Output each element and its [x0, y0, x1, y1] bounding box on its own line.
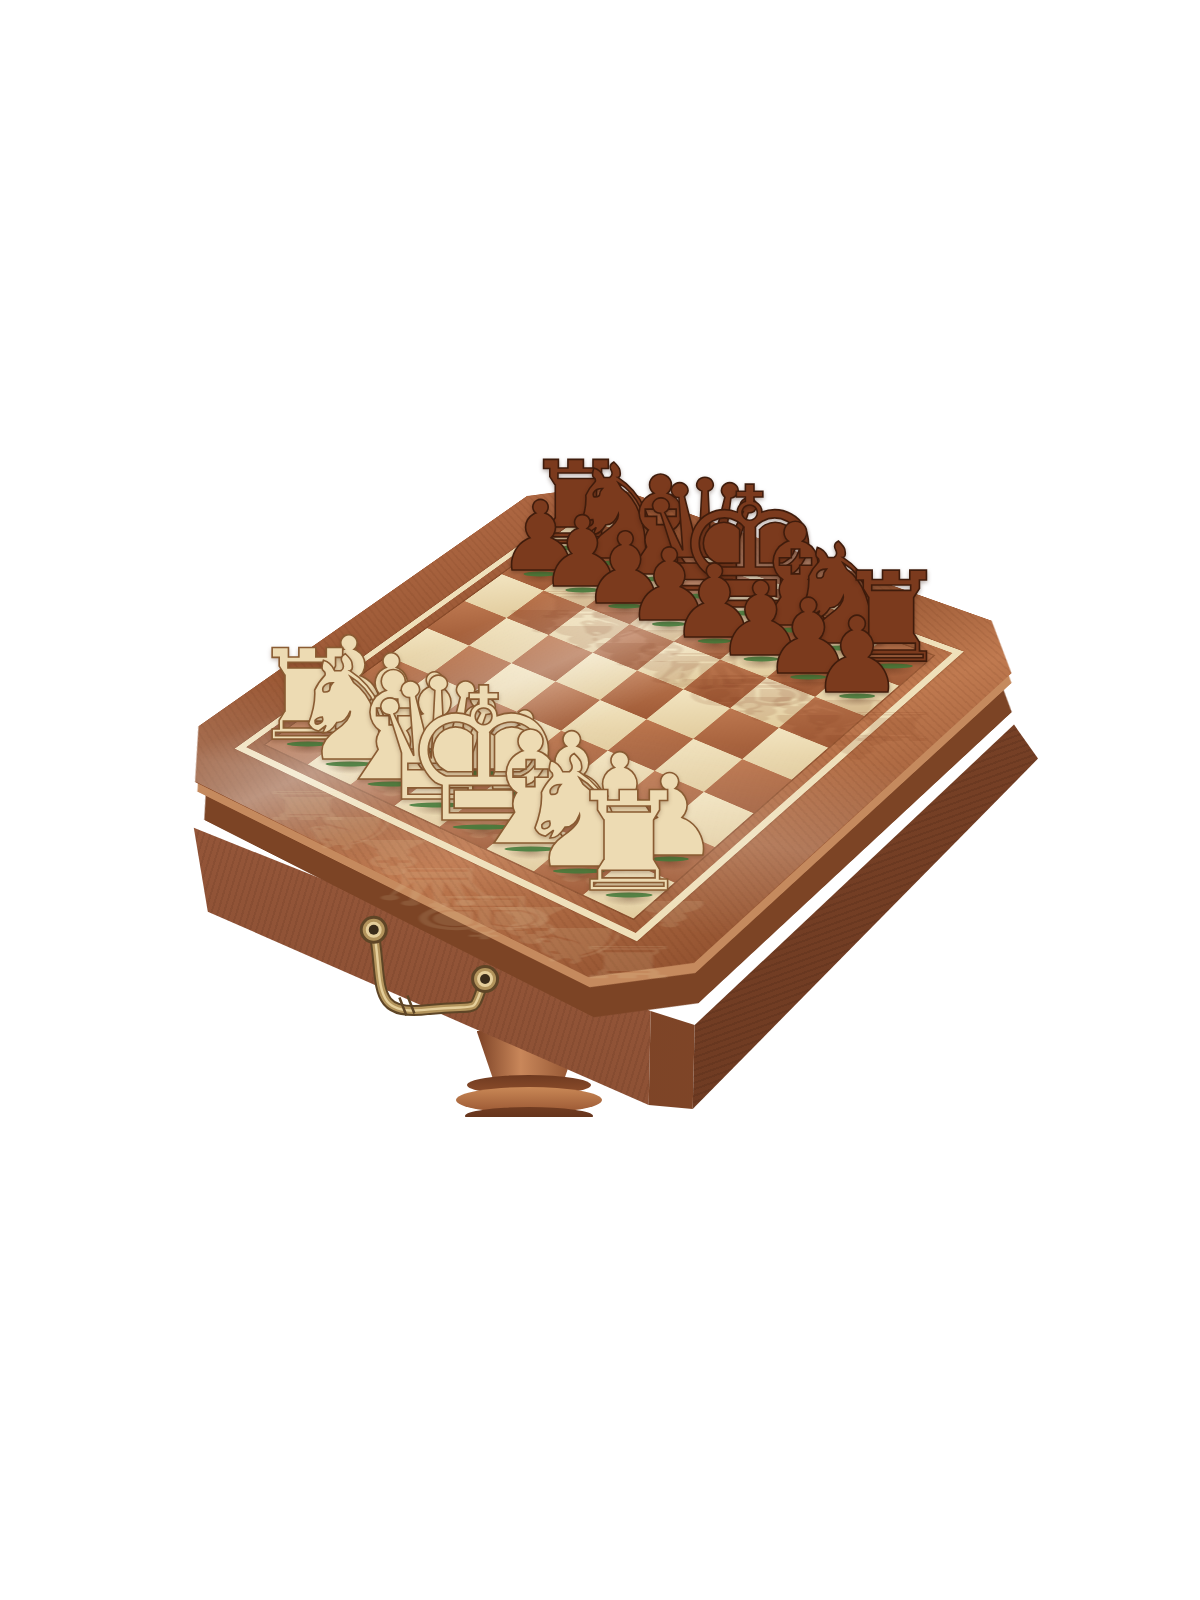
piece-reflection: ♜ [567, 939, 690, 983]
pieces-layer: ♜♜♞♞♟♟♝♝♟♟♛♛♟♟♚♚♟♟♝♝♟♟♞♞♟♟♜♜♟♟♟♟♟♟♟♟♜♜♟♟… [0, 0, 1200, 1600]
piece-reflection: ♟ [810, 730, 904, 764]
piece-black-pawn[interactable]: ♟ [810, 604, 904, 709]
product-photo-stage: ♜♜♞♞♟♟♝♝♟♟♛♛♟♟♚♚♟♟♝♝♟♟♞♞♟♟♜♜♟♟♟♟♟♟♟♟♜♜♟♟… [0, 0, 1200, 1600]
piece-white-rook[interactable]: ♜ [567, 774, 690, 912]
